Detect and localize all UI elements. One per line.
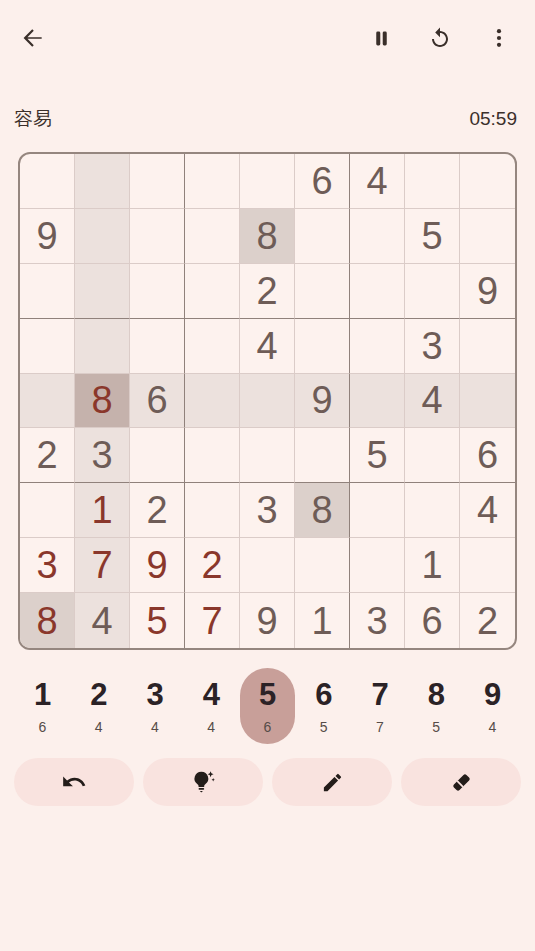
notes-button[interactable]: [272, 758, 392, 806]
cell-r2c6[interactable]: [295, 209, 350, 264]
eraser-button[interactable]: [401, 758, 521, 806]
numpad-digit: 3: [146, 677, 163, 713]
cell-r6c5[interactable]: [240, 428, 295, 483]
cell-r7c9[interactable]: 4: [460, 483, 515, 538]
cell-r7c1[interactable]: [20, 483, 75, 538]
action-bar: [0, 758, 535, 806]
numpad-remaining-count: 4: [95, 719, 103, 735]
cell-r8c1[interactable]: 3: [20, 538, 75, 593]
cell-r2c8[interactable]: 5: [405, 209, 460, 264]
cell-r9c2[interactable]: 4: [75, 593, 130, 648]
eraser-icon: [449, 770, 474, 795]
numpad-digit: 1: [34, 677, 51, 713]
cell-r2c3[interactable]: [130, 209, 185, 264]
cell-r8c6[interactable]: [295, 538, 350, 593]
cell-r2c9[interactable]: [460, 209, 515, 264]
cell-r5c2[interactable]: 8: [75, 374, 130, 429]
cell-r6c7[interactable]: 5: [350, 428, 405, 483]
number-pad: 162434445665778594: [0, 668, 535, 744]
cell-r6c2[interactable]: 3: [75, 428, 130, 483]
cell-r5c5[interactable]: [240, 374, 295, 429]
cell-r3c7[interactable]: [350, 264, 405, 319]
cell-r4c3[interactable]: [130, 319, 185, 374]
cell-r1c6[interactable]: 6: [295, 154, 350, 209]
numpad-digit: 6: [315, 677, 332, 713]
numpad-remaining-count: 4: [489, 719, 497, 735]
numpad-key-6[interactable]: 65: [296, 668, 351, 744]
cell-r4c9[interactable]: [460, 319, 515, 374]
numpad-remaining-count: 5: [432, 719, 440, 735]
pause-icon: [371, 28, 392, 49]
cell-r4c2[interactable]: [75, 319, 130, 374]
cell-r1c9[interactable]: [460, 154, 515, 209]
cell-r9c1[interactable]: 8: [20, 593, 75, 648]
cell-r8c5[interactable]: [240, 538, 295, 593]
cell-r9c5[interactable]: 9: [240, 593, 295, 648]
cell-r8c3[interactable]: 9: [130, 538, 185, 593]
cell-r2c2[interactable]: [75, 209, 130, 264]
cell-r3c1[interactable]: [20, 264, 75, 319]
numpad-digit: 4: [203, 677, 220, 713]
numpad-remaining-count: 4: [207, 719, 215, 735]
cell-r9c8[interactable]: 6: [405, 593, 460, 648]
cell-r6c3[interactable]: [130, 428, 185, 483]
numpad-key-8[interactable]: 85: [409, 668, 464, 744]
numpad-remaining-count: 4: [151, 719, 159, 735]
cell-r5c8[interactable]: 4: [405, 374, 460, 429]
back-button[interactable]: [20, 25, 46, 51]
cell-r1c8[interactable]: [405, 154, 460, 209]
cell-r7c6[interactable]: 8: [295, 483, 350, 538]
numpad-digit: 9: [484, 677, 501, 713]
timer: 05:59: [469, 108, 517, 130]
sudoku-board: 649852943869423561238437921845791362: [18, 152, 517, 650]
cell-r4c1[interactable]: [20, 319, 75, 374]
numpad-digit: 8: [428, 677, 445, 713]
cell-r3c4[interactable]: [185, 264, 240, 319]
more-options-icon: [487, 26, 511, 50]
cell-r9c3[interactable]: 5: [130, 593, 185, 648]
cell-r5c7[interactable]: [350, 374, 405, 429]
game-info-row: 容易 05:59: [14, 104, 517, 134]
numpad-key-4[interactable]: 44: [184, 668, 239, 744]
cell-r4c6[interactable]: [295, 319, 350, 374]
cell-r1c2[interactable]: [75, 154, 130, 209]
sudoku-app-screen: 容易 05:59 6498529438694235612384379218457…: [0, 0, 535, 951]
numpad-key-9[interactable]: 94: [465, 668, 520, 744]
numpad-key-7[interactable]: 77: [353, 668, 408, 744]
cell-r4c5[interactable]: 4: [240, 319, 295, 374]
numpad-remaining-count: 6: [39, 719, 47, 735]
cell-r4c8[interactable]: 3: [405, 319, 460, 374]
cell-r1c3[interactable]: [130, 154, 185, 209]
hint-lightbulb-icon: [190, 769, 216, 795]
cell-r3c9[interactable]: 9: [460, 264, 515, 319]
cell-r2c4[interactable]: [185, 209, 240, 264]
numpad-remaining-count: 7: [376, 719, 384, 735]
cell-r2c5[interactable]: 8: [240, 209, 295, 264]
cell-r1c7[interactable]: 4: [350, 154, 405, 209]
numpad-remaining-count: 6: [264, 719, 272, 735]
cell-r1c5[interactable]: [240, 154, 295, 209]
difficulty-label: 容易: [14, 106, 52, 132]
cell-r5c4[interactable]: [185, 374, 240, 429]
cell-r1c4[interactable]: [185, 154, 240, 209]
numpad-digit: 7: [371, 677, 388, 713]
cell-r2c1[interactable]: 9: [20, 209, 75, 264]
cell-r5c1[interactable]: [20, 374, 75, 429]
numpad-key-3[interactable]: 34: [128, 668, 183, 744]
cell-r4c7[interactable]: [350, 319, 405, 374]
undo-icon: [61, 769, 87, 795]
cell-r7c5[interactable]: 3: [240, 483, 295, 538]
pause-button[interactable]: [368, 25, 394, 51]
cell-r4c4[interactable]: [185, 319, 240, 374]
hint-button[interactable]: [143, 758, 263, 806]
cell-r8c8[interactable]: 1: [405, 538, 460, 593]
restart-icon: [428, 26, 452, 50]
undo-button[interactable]: [14, 758, 134, 806]
cell-r1c1[interactable]: [20, 154, 75, 209]
cell-r5c6[interactable]: 9: [295, 374, 350, 429]
cell-r8c7[interactable]: [350, 538, 405, 593]
numpad-key-2[interactable]: 24: [71, 668, 126, 744]
cell-r6c8[interactable]: [405, 428, 460, 483]
numpad-remaining-count: 5: [320, 719, 328, 735]
cell-r5c3[interactable]: 6: [130, 374, 185, 429]
cell-r9c4[interactable]: 7: [185, 593, 240, 648]
cell-r9c6[interactable]: 1: [295, 593, 350, 648]
cell-r6c9[interactable]: 6: [460, 428, 515, 483]
restart-button[interactable]: [427, 25, 453, 51]
back-icon: [20, 25, 46, 51]
cell-r6c1[interactable]: 2: [20, 428, 75, 483]
numpad-key-5[interactable]: 56: [240, 668, 295, 744]
cell-r3c8[interactable]: [405, 264, 460, 319]
top-bar: [0, 0, 535, 76]
cell-r5c9[interactable]: [460, 374, 515, 429]
cell-r3c2[interactable]: [75, 264, 130, 319]
cell-r7c3[interactable]: 2: [130, 483, 185, 538]
cell-r8c4[interactable]: 2: [185, 538, 240, 593]
numpad-key-1[interactable]: 16: [15, 668, 70, 744]
cell-r9c7[interactable]: 3: [350, 593, 405, 648]
cell-r9c9[interactable]: 2: [460, 593, 515, 648]
cell-r2c7[interactable]: [350, 209, 405, 264]
cell-r3c3[interactable]: [130, 264, 185, 319]
cell-r8c2[interactable]: 7: [75, 538, 130, 593]
cell-r7c8[interactable]: [405, 483, 460, 538]
cell-r7c2[interactable]: 1: [75, 483, 130, 538]
cell-r6c6[interactable]: [295, 428, 350, 483]
cell-r8c9[interactable]: [460, 538, 515, 593]
cell-r7c7[interactable]: [350, 483, 405, 538]
cell-r3c6[interactable]: [295, 264, 350, 319]
pencil-notes-icon: [321, 771, 344, 794]
menu-button[interactable]: [486, 25, 512, 51]
cell-r6c4[interactable]: [185, 428, 240, 483]
numpad-digit: 2: [90, 677, 107, 713]
numpad-digit: 5: [259, 677, 276, 713]
cell-r7c4[interactable]: [185, 483, 240, 538]
cell-r3c5[interactable]: 2: [240, 264, 295, 319]
top-bar-actions: [368, 25, 512, 51]
